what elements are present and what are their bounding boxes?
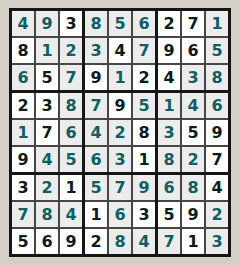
cell-r9c2[interactable]: 6 — [36, 229, 58, 254]
cell-r6c5[interactable]: 3 — [109, 147, 131, 172]
cell-r5c8[interactable]: 5 — [182, 120, 204, 145]
cell-r9c6[interactable]: 4 — [133, 229, 155, 254]
cell-r3c3[interactable]: 7 — [60, 65, 82, 90]
cell-r3c7[interactable]: 4 — [158, 65, 180, 90]
cell-r4c6[interactable]: 5 — [133, 93, 155, 118]
cell-r2c3[interactable]: 2 — [60, 38, 82, 63]
cell-r9c4[interactable]: 2 — [85, 229, 107, 254]
cell-r8c9[interactable]: 2 — [206, 202, 228, 227]
cell-r7c6[interactable]: 9 — [133, 175, 155, 200]
cell-r3c4[interactable]: 9 — [85, 65, 107, 90]
block-1: 493812657 — [12, 11, 82, 90]
cell-r7c5[interactable]: 7 — [109, 175, 131, 200]
cell-r8c5[interactable]: 6 — [109, 202, 131, 227]
cell-r1c1[interactable]: 4 — [12, 11, 34, 36]
cell-r8c4[interactable]: 1 — [85, 202, 107, 227]
cell-r9c9[interactable]: 3 — [206, 229, 228, 254]
cell-r2c9[interactable]: 5 — [206, 38, 228, 63]
cell-r6c2[interactable]: 4 — [36, 147, 58, 172]
cell-r1c4[interactable]: 8 — [85, 11, 107, 36]
cell-r3c2[interactable]: 5 — [36, 65, 58, 90]
cell-r5c7[interactable]: 3 — [158, 120, 180, 145]
cell-r7c1[interactable]: 3 — [12, 175, 34, 200]
cell-r4c2[interactable]: 3 — [36, 93, 58, 118]
cell-r4c3[interactable]: 8 — [60, 93, 82, 118]
cell-r6c9[interactable]: 7 — [206, 147, 228, 172]
block-3: 271965438 — [158, 11, 228, 90]
sudoku-board: 4938126578563479122719654382381769457954… — [9, 8, 231, 257]
cell-r7c7[interactable]: 6 — [158, 175, 180, 200]
block-4: 238176945 — [12, 93, 82, 172]
cell-r5c3[interactable]: 6 — [60, 120, 82, 145]
cell-r7c9[interactable]: 4 — [206, 175, 228, 200]
cell-r6c4[interactable]: 6 — [85, 147, 107, 172]
cell-r8c2[interactable]: 8 — [36, 202, 58, 227]
cell-r4c1[interactable]: 2 — [12, 93, 34, 118]
cell-r6c3[interactable]: 5 — [60, 147, 82, 172]
cell-r5c6[interactable]: 8 — [133, 120, 155, 145]
cell-r7c2[interactable]: 2 — [36, 175, 58, 200]
cell-r1c3[interactable]: 3 — [60, 11, 82, 36]
block-6: 146359827 — [158, 93, 228, 172]
cell-r5c9[interactable]: 9 — [206, 120, 228, 145]
cell-r2c2[interactable]: 1 — [36, 38, 58, 63]
cell-r6c6[interactable]: 1 — [133, 147, 155, 172]
cell-r7c8[interactable]: 8 — [182, 175, 204, 200]
cell-r7c4[interactable]: 5 — [85, 175, 107, 200]
cell-r8c7[interactable]: 5 — [158, 202, 180, 227]
cell-r2c1[interactable]: 8 — [12, 38, 34, 63]
cell-r2c4[interactable]: 3 — [85, 38, 107, 63]
cell-r4c9[interactable]: 6 — [206, 93, 228, 118]
cell-r8c1[interactable]: 7 — [12, 202, 34, 227]
cell-r1c6[interactable]: 6 — [133, 11, 155, 36]
cell-r5c1[interactable]: 1 — [12, 120, 34, 145]
cell-r9c3[interactable]: 9 — [60, 229, 82, 254]
block-5: 795428631 — [85, 93, 155, 172]
cell-r8c8[interactable]: 9 — [182, 202, 204, 227]
block-8: 579163284 — [85, 175, 155, 254]
cell-r2c8[interactable]: 6 — [182, 38, 204, 63]
cell-r1c8[interactable]: 7 — [182, 11, 204, 36]
cell-r1c5[interactable]: 5 — [109, 11, 131, 36]
cell-r3c9[interactable]: 8 — [206, 65, 228, 90]
cell-r6c1[interactable]: 9 — [12, 147, 34, 172]
block-7: 321784569 — [12, 175, 82, 254]
cell-r3c1[interactable]: 6 — [12, 65, 34, 90]
cell-r5c2[interactable]: 7 — [36, 120, 58, 145]
cell-r1c2[interactable]: 9 — [36, 11, 58, 36]
cell-r2c5[interactable]: 4 — [109, 38, 131, 63]
cell-r7c3[interactable]: 1 — [60, 175, 82, 200]
cell-r3c5[interactable]: 1 — [109, 65, 131, 90]
cell-r6c7[interactable]: 8 — [158, 147, 180, 172]
cell-r4c5[interactable]: 9 — [109, 93, 131, 118]
cell-r2c6[interactable]: 7 — [133, 38, 155, 63]
block-9: 684592713 — [158, 175, 228, 254]
cell-r4c4[interactable]: 7 — [85, 93, 107, 118]
cell-r6c8[interactable]: 2 — [182, 147, 204, 172]
cell-r9c7[interactable]: 7 — [158, 229, 180, 254]
cell-r4c8[interactable]: 4 — [182, 93, 204, 118]
cell-r1c9[interactable]: 1 — [206, 11, 228, 36]
cell-r5c5[interactable]: 2 — [109, 120, 131, 145]
cell-r3c6[interactable]: 2 — [133, 65, 155, 90]
block-2: 856347912 — [85, 11, 155, 90]
cell-r4c7[interactable]: 1 — [158, 93, 180, 118]
cell-r9c8[interactable]: 1 — [182, 229, 204, 254]
cell-r2c7[interactable]: 9 — [158, 38, 180, 63]
cell-r8c6[interactable]: 3 — [133, 202, 155, 227]
cell-r1c7[interactable]: 2 — [158, 11, 180, 36]
cell-r5c4[interactable]: 4 — [85, 120, 107, 145]
cell-r3c8[interactable]: 3 — [182, 65, 204, 90]
cell-r9c5[interactable]: 8 — [109, 229, 131, 254]
cell-r9c1[interactable]: 5 — [12, 229, 34, 254]
cell-r8c3[interactable]: 4 — [60, 202, 82, 227]
